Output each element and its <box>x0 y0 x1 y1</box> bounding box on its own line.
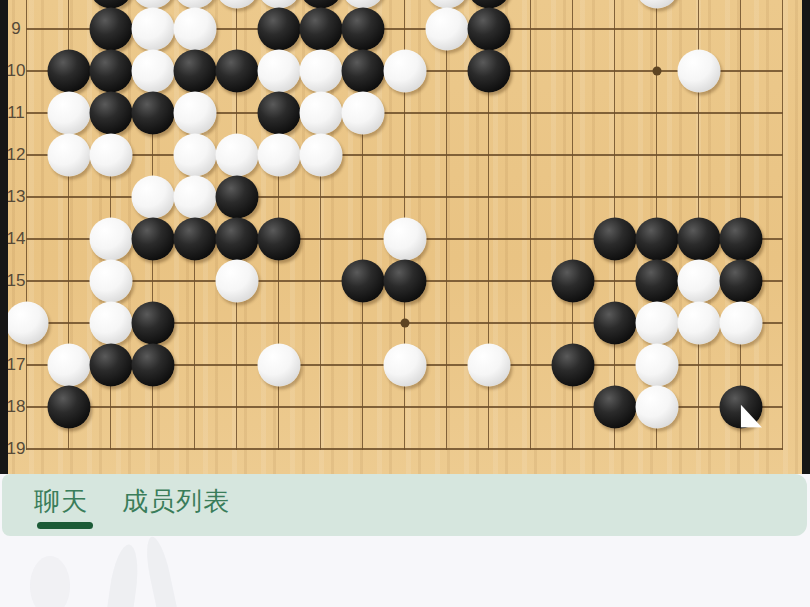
black-stone <box>467 50 510 93</box>
white-stone <box>173 8 216 51</box>
watermark-leaf <box>142 535 178 607</box>
black-stone <box>551 344 594 387</box>
active-tab-underline <box>37 522 93 529</box>
grid-line-horizontal <box>26 448 784 450</box>
white-stone <box>383 218 426 261</box>
black-stone <box>383 260 426 303</box>
black-stone <box>131 92 174 135</box>
black-stone <box>131 218 174 261</box>
white-stone <box>89 260 132 303</box>
black-stone <box>131 302 174 345</box>
watermark-blob <box>30 556 70 607</box>
grid-line-horizontal <box>26 154 784 156</box>
white-stone <box>719 302 762 345</box>
star-point <box>652 67 661 76</box>
black-stone <box>635 260 678 303</box>
white-stone <box>383 344 426 387</box>
white-stone <box>383 50 426 93</box>
tab-member-list[interactable]: 成员列表 <box>122 484 230 519</box>
black-stone <box>215 50 258 93</box>
black-stone <box>89 92 132 135</box>
white-stone <box>635 302 678 345</box>
white-stone <box>89 134 132 177</box>
white-stone <box>89 218 132 261</box>
black-stone <box>467 8 510 51</box>
white-stone <box>635 0 678 9</box>
black-stone <box>215 176 258 219</box>
white-stone <box>299 50 342 93</box>
black-stone <box>719 260 762 303</box>
white-stone <box>677 260 720 303</box>
white-stone <box>131 8 174 51</box>
black-stone <box>593 218 636 261</box>
black-stone <box>593 386 636 429</box>
black-stone <box>341 8 384 51</box>
white-stone <box>677 302 720 345</box>
star-point <box>400 319 409 328</box>
white-stone <box>257 344 300 387</box>
black-stone <box>89 8 132 51</box>
black-stone <box>173 218 216 261</box>
white-stone <box>47 344 90 387</box>
black-stone <box>257 92 300 135</box>
black-stone <box>47 386 90 429</box>
grid-line-vertical <box>530 0 532 450</box>
grid-line-vertical <box>446 0 448 450</box>
black-stone <box>89 344 132 387</box>
white-stone <box>47 134 90 177</box>
last-move-triangle-marker <box>741 404 763 427</box>
black-stone <box>341 50 384 93</box>
black-stone <box>173 50 216 93</box>
white-stone <box>5 302 48 345</box>
left-letterbox-bar <box>0 0 8 474</box>
white-stone <box>173 176 216 219</box>
black-stone <box>47 50 90 93</box>
black-stone <box>719 386 762 429</box>
black-stone <box>131 344 174 387</box>
right-letterbox-bar <box>802 0 810 474</box>
black-stone <box>89 50 132 93</box>
go-board[interactable]: 910111213141516171819 <box>0 0 810 474</box>
white-stone <box>425 8 468 51</box>
white-stone <box>131 176 174 219</box>
white-stone <box>257 134 300 177</box>
white-stone <box>215 0 258 9</box>
grid-line-vertical <box>782 0 784 450</box>
white-stone <box>341 92 384 135</box>
black-stone <box>677 218 720 261</box>
white-stone <box>131 50 174 93</box>
white-stone <box>635 344 678 387</box>
white-stone <box>47 92 90 135</box>
chat-content-area <box>0 536 810 607</box>
watermark-leaf <box>104 543 142 607</box>
white-stone <box>299 92 342 135</box>
black-stone <box>257 218 300 261</box>
white-stone <box>215 260 258 303</box>
black-stone <box>215 218 258 261</box>
white-stone <box>173 134 216 177</box>
black-stone <box>719 218 762 261</box>
white-stone <box>467 344 510 387</box>
white-stone <box>299 134 342 177</box>
tab-chat[interactable]: 聊天 <box>34 484 88 519</box>
white-stone <box>635 386 678 429</box>
tab-list: 聊天 成员列表 <box>34 474 230 529</box>
white-stone <box>677 50 720 93</box>
white-stone <box>173 92 216 135</box>
black-stone <box>341 260 384 303</box>
white-stone <box>257 50 300 93</box>
black-stone <box>593 302 636 345</box>
black-stone <box>257 8 300 51</box>
black-stone <box>551 260 594 303</box>
tab-bar: 聊天 成员列表 <box>2 474 807 536</box>
black-stone <box>299 8 342 51</box>
white-stone <box>215 134 258 177</box>
black-stone <box>635 218 678 261</box>
white-stone <box>89 302 132 345</box>
